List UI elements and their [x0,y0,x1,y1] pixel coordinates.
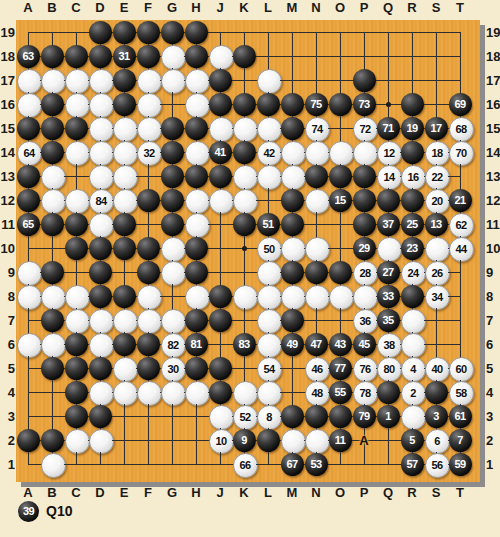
point-O15[interactable] [328,116,352,140]
point-S14[interactable]: 18 [424,140,448,164]
point-M13[interactable] [280,164,304,188]
point-N15[interactable]: 74 [304,116,328,140]
point-H1[interactable] [184,452,208,476]
point-M3[interactable] [280,404,304,428]
point-C3[interactable] [64,404,88,428]
point-B17[interactable] [40,68,64,92]
point-T16[interactable]: 69 [448,92,472,116]
point-S13[interactable]: 22 [424,164,448,188]
point-S1[interactable]: 56 [424,452,448,476]
point-K16[interactable] [232,92,256,116]
point-P10[interactable]: 29 [352,236,376,260]
point-S3[interactable]: 3 [424,404,448,428]
point-T15[interactable]: 68 [448,116,472,140]
point-K15[interactable] [232,116,256,140]
point-H7[interactable] [184,308,208,332]
point-E6[interactable] [112,332,136,356]
point-T9[interactable] [448,260,472,284]
point-M8[interactable] [280,284,304,308]
point-G16[interactable] [160,92,184,116]
point-A7[interactable] [16,308,40,332]
point-T17[interactable] [448,68,472,92]
point-O9[interactable] [328,260,352,284]
point-T5[interactable]: 60 [448,356,472,380]
point-D14[interactable] [88,140,112,164]
point-K3[interactable]: 52 [232,404,256,428]
point-F1[interactable] [136,452,160,476]
point-T10[interactable]: 44 [448,236,472,260]
point-P19[interactable] [352,20,376,44]
point-M17[interactable] [280,68,304,92]
point-L1[interactable] [256,452,280,476]
point-K7[interactable] [232,308,256,332]
point-E13[interactable] [112,164,136,188]
point-H5[interactable] [184,356,208,380]
point-Q13[interactable]: 14 [376,164,400,188]
point-O8[interactable] [328,284,352,308]
point-T11[interactable]: 62 [448,212,472,236]
point-R17[interactable] [400,68,424,92]
point-Q6[interactable]: 38 [376,332,400,356]
point-B7[interactable] [40,308,64,332]
point-S15[interactable]: 17 [424,116,448,140]
point-F8[interactable] [136,284,160,308]
point-F11[interactable] [136,212,160,236]
point-D18[interactable] [88,44,112,68]
point-L13[interactable] [256,164,280,188]
point-O3[interactable] [328,404,352,428]
point-Q17[interactable] [376,68,400,92]
point-Q8[interactable]: 33 [376,284,400,308]
point-R12[interactable] [400,188,424,212]
point-K17[interactable] [232,68,256,92]
point-K9[interactable] [232,260,256,284]
point-D1[interactable] [88,452,112,476]
point-C14[interactable] [64,140,88,164]
point-L7[interactable] [256,308,280,332]
point-B16[interactable] [40,92,64,116]
point-C19[interactable] [64,20,88,44]
point-A9[interactable] [16,260,40,284]
point-N11[interactable] [304,212,328,236]
point-N17[interactable] [304,68,328,92]
point-P17[interactable] [352,68,376,92]
point-Q12[interactable] [376,188,400,212]
point-C8[interactable] [64,284,88,308]
point-J16[interactable] [208,92,232,116]
point-B3[interactable] [40,404,64,428]
point-R2[interactable]: 5 [400,428,424,452]
point-S17[interactable] [424,68,448,92]
point-Q10[interactable] [376,236,400,260]
point-S5[interactable]: 40 [424,356,448,380]
point-L2[interactable] [256,428,280,452]
point-C6[interactable] [64,332,88,356]
point-N12[interactable] [304,188,328,212]
point-J12[interactable] [208,188,232,212]
point-F19[interactable] [136,20,160,44]
point-T14[interactable]: 70 [448,140,472,164]
point-C10[interactable] [64,236,88,260]
point-C16[interactable] [64,92,88,116]
point-D10[interactable] [88,236,112,260]
point-L6[interactable] [256,332,280,356]
point-L8[interactable] [256,284,280,308]
point-F9[interactable] [136,260,160,284]
point-O1[interactable] [328,452,352,476]
point-T6[interactable] [448,332,472,356]
point-G8[interactable] [160,284,184,308]
point-H9[interactable] [184,260,208,284]
point-A4[interactable] [16,380,40,404]
point-M1[interactable]: 67 [280,452,304,476]
point-B10[interactable] [40,236,64,260]
point-S7[interactable] [424,308,448,332]
point-A16[interactable] [16,92,40,116]
point-J6[interactable] [208,332,232,356]
point-R19[interactable] [400,20,424,44]
point-J19[interactable] [208,20,232,44]
point-P15[interactable]: 72 [352,116,376,140]
point-A8[interactable] [16,284,40,308]
point-P6[interactable]: 45 [352,332,376,356]
point-N8[interactable] [304,284,328,308]
point-J4[interactable] [208,380,232,404]
point-F2[interactable] [136,428,160,452]
point-O11[interactable] [328,212,352,236]
point-D8[interactable] [88,284,112,308]
point-Q16[interactable] [376,92,400,116]
point-O17[interactable] [328,68,352,92]
point-S6[interactable] [424,332,448,356]
point-C7[interactable] [64,308,88,332]
point-G4[interactable] [160,380,184,404]
point-H18[interactable] [184,44,208,68]
point-D3[interactable] [88,404,112,428]
point-Q5[interactable]: 80 [376,356,400,380]
point-B8[interactable] [40,284,64,308]
point-D12[interactable]: 84 [88,188,112,212]
point-G15[interactable] [160,116,184,140]
point-L14[interactable]: 42 [256,140,280,164]
point-K1[interactable]: 66 [232,452,256,476]
point-L16[interactable] [256,92,280,116]
point-K14[interactable] [232,140,256,164]
point-P18[interactable] [352,44,376,68]
point-O13[interactable] [328,164,352,188]
point-L17[interactable] [256,68,280,92]
point-C15[interactable] [64,116,88,140]
point-M18[interactable] [280,44,304,68]
point-E9[interactable] [112,260,136,284]
point-B19[interactable] [40,20,64,44]
point-J17[interactable] [208,68,232,92]
point-B9[interactable] [40,260,64,284]
point-G18[interactable] [160,44,184,68]
point-M10[interactable] [280,236,304,260]
point-P14[interactable] [352,140,376,164]
point-C5[interactable] [64,356,88,380]
point-K19[interactable] [232,20,256,44]
point-A15[interactable] [16,116,40,140]
point-P2[interactable]: A [352,428,376,452]
point-G7[interactable] [160,308,184,332]
point-D19[interactable] [88,20,112,44]
point-G5[interactable]: 30 [160,356,184,380]
point-H3[interactable] [184,404,208,428]
point-E14[interactable] [112,140,136,164]
point-F16[interactable] [136,92,160,116]
point-Q3[interactable]: 1 [376,404,400,428]
point-E11[interactable] [112,212,136,236]
point-G10[interactable] [160,236,184,260]
point-K18[interactable] [232,44,256,68]
point-E1[interactable] [112,452,136,476]
point-B15[interactable] [40,116,64,140]
point-G12[interactable] [160,188,184,212]
point-O10[interactable] [328,236,352,260]
point-H16[interactable] [184,92,208,116]
point-K4[interactable] [232,380,256,404]
point-E15[interactable] [112,116,136,140]
point-O6[interactable]: 43 [328,332,352,356]
point-B12[interactable] [40,188,64,212]
point-O19[interactable] [328,20,352,44]
point-N7[interactable] [304,308,328,332]
point-E2[interactable] [112,428,136,452]
point-H2[interactable] [184,428,208,452]
point-R14[interactable] [400,140,424,164]
point-D4[interactable] [88,380,112,404]
point-M9[interactable] [280,260,304,284]
point-Q15[interactable]: 71 [376,116,400,140]
point-B13[interactable] [40,164,64,188]
point-N10[interactable] [304,236,328,260]
point-O4[interactable]: 55 [328,380,352,404]
point-T2[interactable]: 7 [448,428,472,452]
point-B4[interactable] [40,380,64,404]
point-J5[interactable] [208,356,232,380]
point-B11[interactable] [40,212,64,236]
point-E12[interactable] [112,188,136,212]
point-L18[interactable] [256,44,280,68]
point-G13[interactable] [160,164,184,188]
point-T3[interactable]: 61 [448,404,472,428]
point-C12[interactable] [64,188,88,212]
point-L3[interactable]: 8 [256,404,280,428]
point-H14[interactable] [184,140,208,164]
point-F3[interactable] [136,404,160,428]
point-E18[interactable]: 31 [112,44,136,68]
point-K13[interactable] [232,164,256,188]
point-H17[interactable] [184,68,208,92]
point-N6[interactable]: 47 [304,332,328,356]
point-C18[interactable] [64,44,88,68]
point-E4[interactable] [112,380,136,404]
point-E3[interactable] [112,404,136,428]
point-D11[interactable] [88,212,112,236]
point-P9[interactable]: 28 [352,260,376,284]
point-D7[interactable] [88,308,112,332]
point-J2[interactable]: 10 [208,428,232,452]
point-T7[interactable] [448,308,472,332]
point-T4[interactable]: 58 [448,380,472,404]
point-C9[interactable] [64,260,88,284]
point-T1[interactable]: 59 [448,452,472,476]
point-K6[interactable]: 83 [232,332,256,356]
point-E10[interactable] [112,236,136,260]
point-M5[interactable] [280,356,304,380]
point-N18[interactable] [304,44,328,68]
point-Q11[interactable]: 37 [376,212,400,236]
point-H6[interactable]: 81 [184,332,208,356]
point-Q9[interactable]: 27 [376,260,400,284]
point-R6[interactable] [400,332,424,356]
point-J1[interactable] [208,452,232,476]
point-A14[interactable]: 64 [16,140,40,164]
point-H11[interactable] [184,212,208,236]
point-P4[interactable]: 78 [352,380,376,404]
point-A11[interactable]: 65 [16,212,40,236]
point-G9[interactable] [160,260,184,284]
point-L12[interactable] [256,188,280,212]
point-R11[interactable]: 25 [400,212,424,236]
point-G3[interactable] [160,404,184,428]
point-N3[interactable] [304,404,328,428]
point-N2[interactable] [304,428,328,452]
point-Q14[interactable]: 12 [376,140,400,164]
point-A19[interactable] [16,20,40,44]
point-L10[interactable]: 50 [256,236,280,260]
point-Q1[interactable] [376,452,400,476]
point-D16[interactable] [88,92,112,116]
point-E7[interactable] [112,308,136,332]
point-R7[interactable] [400,308,424,332]
point-N14[interactable] [304,140,328,164]
point-B18[interactable] [40,44,64,68]
point-Q2[interactable] [376,428,400,452]
point-R5[interactable]: 4 [400,356,424,380]
point-H13[interactable] [184,164,208,188]
point-C2[interactable] [64,428,88,452]
point-D5[interactable] [88,356,112,380]
point-T18[interactable] [448,44,472,68]
point-A1[interactable] [16,452,40,476]
point-R10[interactable]: 23 [400,236,424,260]
point-P8[interactable] [352,284,376,308]
point-M11[interactable] [280,212,304,236]
point-H4[interactable] [184,380,208,404]
point-C13[interactable] [64,164,88,188]
point-R16[interactable] [400,92,424,116]
point-Q4[interactable] [376,380,400,404]
point-N16[interactable]: 75 [304,92,328,116]
point-K5[interactable] [232,356,256,380]
point-T12[interactable]: 21 [448,188,472,212]
point-T19[interactable] [448,20,472,44]
point-B14[interactable] [40,140,64,164]
point-R18[interactable] [400,44,424,68]
point-N1[interactable]: 53 [304,452,328,476]
point-O2[interactable]: 11 [328,428,352,452]
point-A12[interactable] [16,188,40,212]
point-R3[interactable] [400,404,424,428]
point-H8[interactable] [184,284,208,308]
point-D15[interactable] [88,116,112,140]
point-H12[interactable] [184,188,208,212]
point-R4[interactable]: 2 [400,380,424,404]
point-P7[interactable]: 36 [352,308,376,332]
point-J9[interactable] [208,260,232,284]
point-F12[interactable] [136,188,160,212]
point-S9[interactable]: 26 [424,260,448,284]
point-D17[interactable] [88,68,112,92]
point-B5[interactable] [40,356,64,380]
point-R1[interactable]: 57 [400,452,424,476]
point-S10[interactable] [424,236,448,260]
point-L11[interactable]: 51 [256,212,280,236]
point-G6[interactable]: 82 [160,332,184,356]
point-F7[interactable] [136,308,160,332]
point-H10[interactable] [184,236,208,260]
point-A6[interactable] [16,332,40,356]
point-N5[interactable]: 46 [304,356,328,380]
point-P1[interactable] [352,452,376,476]
point-M4[interactable] [280,380,304,404]
point-J8[interactable] [208,284,232,308]
point-E8[interactable] [112,284,136,308]
point-R9[interactable]: 24 [400,260,424,284]
point-L15[interactable] [256,116,280,140]
point-K10[interactable] [232,236,256,260]
point-C17[interactable] [64,68,88,92]
point-E17[interactable] [112,68,136,92]
point-S16[interactable] [424,92,448,116]
point-R13[interactable]: 16 [400,164,424,188]
point-K12[interactable] [232,188,256,212]
point-R15[interactable]: 19 [400,116,424,140]
point-G2[interactable] [160,428,184,452]
point-N13[interactable] [304,164,328,188]
point-J18[interactable] [208,44,232,68]
point-J15[interactable] [208,116,232,140]
point-F13[interactable] [136,164,160,188]
point-Q18[interactable] [376,44,400,68]
point-P3[interactable]: 79 [352,404,376,428]
point-F4[interactable] [136,380,160,404]
point-C1[interactable] [64,452,88,476]
point-A13[interactable] [16,164,40,188]
point-A18[interactable]: 63 [16,44,40,68]
point-J11[interactable] [208,212,232,236]
point-L9[interactable] [256,260,280,284]
point-T8[interactable] [448,284,472,308]
point-S12[interactable]: 20 [424,188,448,212]
point-S18[interactable] [424,44,448,68]
point-M15[interactable] [280,116,304,140]
point-K8[interactable] [232,284,256,308]
point-M19[interactable] [280,20,304,44]
point-P5[interactable]: 76 [352,356,376,380]
point-A2[interactable] [16,428,40,452]
point-P13[interactable] [352,164,376,188]
point-F10[interactable] [136,236,160,260]
point-L4[interactable] [256,380,280,404]
point-E19[interactable] [112,20,136,44]
point-S8[interactable]: 34 [424,284,448,308]
point-P16[interactable]: 73 [352,92,376,116]
point-S2[interactable]: 6 [424,428,448,452]
